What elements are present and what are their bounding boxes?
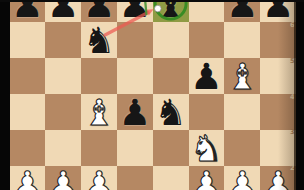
square-f4[interactable] <box>189 94 225 130</box>
square-e2[interactable] <box>153 166 189 190</box>
piece-white-pawn-b2[interactable]: ♟ <box>47 167 79 190</box>
piece-white-pawn-f2[interactable]: ♟ <box>190 167 222 190</box>
square-c5[interactable] <box>81 58 117 94</box>
piece-black-pawn-d7[interactable]: ♟ <box>119 0 151 23</box>
square-a7[interactable]: ♟ <box>10 0 46 22</box>
square-e4[interactable]: ♞ <box>153 94 189 130</box>
square-a3[interactable] <box>10 130 46 166</box>
piece-black-knight-c6[interactable]: ♞ <box>83 23 115 59</box>
piece-white-pawn-a2[interactable]: ♟ <box>11 167 43 190</box>
square-e6[interactable] <box>153 22 189 58</box>
square-e7[interactable]: ♝ <box>153 0 189 22</box>
square-d4[interactable]: ♟ <box>117 94 153 130</box>
square-d5[interactable] <box>117 58 153 94</box>
square-e5[interactable] <box>153 58 189 94</box>
square-f2[interactable]: ♟ <box>189 166 225 190</box>
square-c2[interactable]: ♟ <box>81 166 117 190</box>
right-letterbox-bar <box>296 0 304 190</box>
left-letterbox-bar <box>0 0 10 190</box>
piece-black-pawn-g7[interactable]: ♟ <box>226 0 258 23</box>
square-b5[interactable] <box>45 58 81 94</box>
square-a2[interactable]: ♟ <box>10 166 46 190</box>
rank-label-5: 5 <box>287 58 295 65</box>
square-d3[interactable] <box>117 130 153 166</box>
piece-black-pawn-h7[interactable]: ♟ <box>262 0 294 23</box>
square-g3[interactable] <box>224 130 260 166</box>
piece-black-pawn-d4[interactable]: ♟ <box>119 95 151 131</box>
square-g6[interactable] <box>224 22 260 58</box>
square-a5[interactable] <box>10 58 46 94</box>
square-c6[interactable]: ♞ <box>81 22 117 58</box>
piece-black-knight-e4[interactable]: ♞ <box>155 95 187 131</box>
square-g2[interactable]: ♟ <box>224 166 260 190</box>
square-e3[interactable] <box>153 130 189 166</box>
rank-label-6: 6 <box>287 22 295 29</box>
rank-label-2: 2 <box>287 165 295 172</box>
square-a4[interactable] <box>10 94 46 130</box>
square-f7[interactable] <box>189 0 225 22</box>
square-b3[interactable] <box>45 130 81 166</box>
piece-white-bishop-c4[interactable]: ♝ <box>83 95 115 131</box>
square-a6[interactable] <box>10 22 46 58</box>
square-c4[interactable]: ♝ <box>81 94 117 130</box>
square-f3[interactable]: ♞ <box>189 130 225 166</box>
square-f6[interactable] <box>189 22 225 58</box>
piece-white-pawn-g2[interactable]: ♟ <box>226 167 258 190</box>
piece-white-pawn-c2[interactable]: ♟ <box>83 167 115 190</box>
square-g4[interactable] <box>224 94 260 130</box>
piece-white-bishop-g5[interactable]: ♝ <box>226 59 258 95</box>
square-f5[interactable]: ♟ <box>189 58 225 94</box>
square-b6[interactable] <box>45 22 81 58</box>
rank-label-3: 3 <box>287 129 295 136</box>
square-b2[interactable]: ♟ <box>45 166 81 190</box>
square-h7[interactable]: ♟ <box>260 0 296 22</box>
square-g7[interactable]: ♟ <box>224 0 260 22</box>
square-c7[interactable]: ♟ <box>81 0 117 22</box>
piece-white-knight-f3[interactable]: ♞ <box>190 131 222 167</box>
piece-black-bishop-e7[interactable]: ♝ <box>155 0 187 23</box>
piece-black-pawn-a7[interactable]: ♟ <box>11 0 43 23</box>
piece-black-pawn-f5[interactable]: ♟ <box>190 59 222 95</box>
piece-black-pawn-b7[interactable]: ♟ <box>47 0 79 23</box>
square-b7[interactable]: ♟ <box>45 0 81 22</box>
square-d2[interactable] <box>117 166 153 190</box>
square-d6[interactable] <box>117 22 153 58</box>
square-b4[interactable] <box>45 94 81 130</box>
video-frame: ♟♟♟♟♝♟♟♞♟♝♝♟♞♞♟♟♟♟♟♟ 65432 <box>0 0 304 190</box>
rank-label-4: 4 <box>287 94 295 101</box>
square-g5[interactable]: ♝ <box>224 58 260 94</box>
chess-board[interactable]: ♟♟♟♟♝♟♟♞♟♝♝♟♞♞♟♟♟♟♟♟ <box>10 0 297 190</box>
square-c3[interactable] <box>81 130 117 166</box>
square-d7[interactable]: ♟ <box>117 0 153 22</box>
